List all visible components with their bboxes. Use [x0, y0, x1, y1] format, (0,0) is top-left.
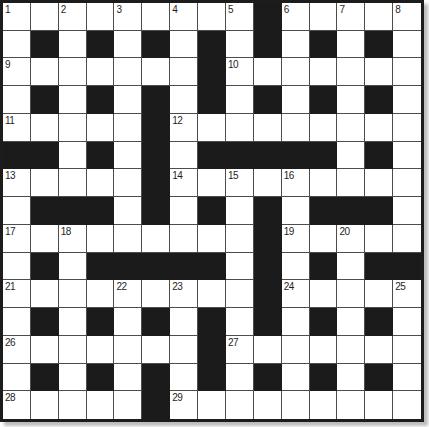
grid-cell[interactable]: [254, 169, 282, 197]
grid-cell[interactable]: [114, 225, 142, 253]
grid-cell[interactable]: [365, 3, 393, 31]
grid-cell[interactable]: [114, 142, 142, 170]
clue-number: 15: [228, 170, 238, 181]
grid-cell[interactable]: [337, 169, 365, 197]
grid-cell[interactable]: 18: [59, 225, 87, 253]
clue-number: 13: [5, 170, 15, 181]
grid-cell[interactable]: [393, 58, 421, 86]
grid-cell[interactable]: [59, 58, 87, 86]
grid-cell[interactable]: [226, 308, 254, 336]
grid-cell[interactable]: [310, 169, 338, 197]
grid-cell[interactable]: [337, 31, 365, 59]
grid-cell[interactable]: 1: [3, 3, 31, 31]
grid-cell[interactable]: [282, 86, 310, 114]
grid-cell[interactable]: [59, 364, 87, 392]
black-cell: [59, 197, 87, 225]
grid-cell[interactable]: [3, 31, 31, 59]
grid-cell[interactable]: [114, 197, 142, 225]
grid-cell[interactable]: [31, 114, 59, 142]
grid-cell[interactable]: [226, 197, 254, 225]
grid-cell[interactable]: [142, 3, 170, 31]
grid-cell[interactable]: 17: [3, 225, 31, 253]
black-cell: [310, 86, 338, 114]
grid-cell[interactable]: [365, 114, 393, 142]
grid-cell[interactable]: [87, 280, 115, 308]
grid-cell[interactable]: [59, 280, 87, 308]
black-cell: [254, 280, 282, 308]
grid-cell[interactable]: [31, 336, 59, 364]
black-cell: [254, 31, 282, 59]
crossword-board-wrap: 1234567891011121314151617181920212223242…: [0, 0, 429, 427]
grid-cell[interactable]: [226, 280, 254, 308]
grid-cell[interactable]: 22: [114, 280, 142, 308]
grid-cell[interactable]: [114, 169, 142, 197]
clue-number: 4: [172, 4, 177, 15]
grid-cell[interactable]: [310, 114, 338, 142]
grid-cell[interactable]: [59, 31, 87, 59]
grid-cell[interactable]: [337, 308, 365, 336]
grid-cell[interactable]: [393, 364, 421, 392]
black-cell: [142, 142, 170, 170]
grid-cell[interactable]: 25: [393, 280, 421, 308]
black-cell: [3, 142, 31, 170]
grid-cell[interactable]: [31, 169, 59, 197]
grid-cell[interactable]: [393, 169, 421, 197]
black-cell: [310, 142, 338, 170]
grid-cell[interactable]: [198, 225, 226, 253]
grid-cell[interactable]: [393, 391, 421, 419]
black-cell: [198, 86, 226, 114]
grid-cell[interactable]: [393, 114, 421, 142]
black-cell: [170, 253, 198, 281]
grid-cell[interactable]: [365, 280, 393, 308]
black-cell: [31, 253, 59, 281]
black-cell: [310, 308, 338, 336]
grid-cell[interactable]: 14: [170, 169, 198, 197]
black-cell: [198, 364, 226, 392]
black-cell: [87, 142, 115, 170]
grid-cell[interactable]: [31, 3, 59, 31]
black-cell: [31, 364, 59, 392]
grid-cell[interactable]: [337, 86, 365, 114]
black-cell: [365, 253, 393, 281]
clue-number: 17: [5, 226, 15, 237]
grid-cell[interactable]: [59, 336, 87, 364]
grid-cell[interactable]: [170, 308, 198, 336]
grid-cell[interactable]: 8: [393, 3, 421, 31]
grid-cell[interactable]: [282, 364, 310, 392]
grid-cell[interactable]: [310, 225, 338, 253]
grid-cell[interactable]: 4: [170, 3, 198, 31]
grid-cell[interactable]: [310, 391, 338, 419]
black-cell: [142, 114, 170, 142]
grid-cell[interactable]: 10: [226, 58, 254, 86]
black-cell: [254, 86, 282, 114]
clue-number: 29: [172, 392, 182, 403]
grid-cell[interactable]: [3, 86, 31, 114]
black-cell: [365, 86, 393, 114]
black-cell: [198, 142, 226, 170]
grid-cell[interactable]: [365, 225, 393, 253]
grid-cell[interactable]: 3: [114, 3, 142, 31]
grid-cell[interactable]: [87, 336, 115, 364]
black-cell: [198, 336, 226, 364]
black-cell: [365, 31, 393, 59]
grid-cell[interactable]: [393, 336, 421, 364]
black-cell: [31, 197, 59, 225]
black-cell: [254, 225, 282, 253]
grid-cell[interactable]: [310, 58, 338, 86]
grid-cell[interactable]: [170, 336, 198, 364]
grid-cell[interactable]: 11: [3, 114, 31, 142]
grid-cell[interactable]: [393, 86, 421, 114]
grid-cell[interactable]: [59, 169, 87, 197]
grid-cell[interactable]: [3, 253, 31, 281]
black-cell: [87, 31, 115, 59]
grid-cell[interactable]: [170, 31, 198, 59]
black-cell: [226, 142, 254, 170]
clue-number: 1: [5, 4, 10, 15]
grid-cell[interactable]: [3, 308, 31, 336]
grid-cell[interactable]: [170, 364, 198, 392]
grid-cell[interactable]: [226, 114, 254, 142]
grid-cell[interactable]: [170, 197, 198, 225]
clue-number: 6: [284, 4, 289, 15]
black-cell: [114, 253, 142, 281]
clue-number: 24: [284, 281, 294, 292]
black-cell: [87, 253, 115, 281]
grid-cell[interactable]: [87, 58, 115, 86]
black-cell: [365, 364, 393, 392]
clue-number: 7: [339, 4, 344, 15]
black-cell: [198, 31, 226, 59]
grid-cell[interactable]: [337, 58, 365, 86]
black-cell: [142, 253, 170, 281]
black-cell: [254, 364, 282, 392]
grid-cell[interactable]: [59, 142, 87, 170]
grid-cell[interactable]: [310, 3, 338, 31]
grid-cell[interactable]: [142, 336, 170, 364]
grid-cell[interactable]: [59, 391, 87, 419]
grid-cell[interactable]: [170, 58, 198, 86]
grid-cell[interactable]: [114, 364, 142, 392]
black-cell: [142, 391, 170, 419]
grid-cell[interactable]: [337, 142, 365, 170]
grid-cell[interactable]: [170, 86, 198, 114]
grid-cell[interactable]: 9: [3, 58, 31, 86]
grid-cell[interactable]: [198, 391, 226, 419]
black-cell: [142, 86, 170, 114]
clue-number: 19: [284, 226, 294, 237]
clue-number: 27: [228, 337, 238, 348]
grid-cell[interactable]: 2: [59, 3, 87, 31]
grid-cell[interactable]: [282, 114, 310, 142]
clue-number: 10: [228, 59, 238, 70]
grid-cell[interactable]: [337, 336, 365, 364]
grid-cell[interactable]: [59, 308, 87, 336]
grid-cell[interactable]: 21: [3, 280, 31, 308]
grid-cell[interactable]: [59, 86, 87, 114]
black-cell: [198, 253, 226, 281]
clue-number: 20: [339, 226, 349, 237]
grid-cell[interactable]: [337, 364, 365, 392]
grid-cell[interactable]: [254, 114, 282, 142]
grid-cell[interactable]: 19: [282, 225, 310, 253]
grid-cell[interactable]: [337, 280, 365, 308]
grid-cell[interactable]: [393, 31, 421, 59]
black-cell: [87, 308, 115, 336]
grid-cell[interactable]: 16: [282, 169, 310, 197]
grid-cell[interactable]: [226, 391, 254, 419]
grid-cell[interactable]: [114, 31, 142, 59]
grid-cell[interactable]: [282, 336, 310, 364]
grid-cell[interactable]: [226, 364, 254, 392]
black-cell: [31, 86, 59, 114]
grid-cell[interactable]: [393, 142, 421, 170]
grid-cell[interactable]: [3, 197, 31, 225]
black-cell: [142, 31, 170, 59]
clue-number: 9: [5, 59, 10, 70]
grid-cell[interactable]: [393, 225, 421, 253]
black-cell: [87, 364, 115, 392]
grid-cell[interactable]: [337, 391, 365, 419]
black-cell: [31, 142, 59, 170]
grid-cell[interactable]: [282, 253, 310, 281]
clue-number: 16: [284, 170, 294, 181]
clue-number: 18: [61, 226, 71, 237]
grid-cell[interactable]: [282, 308, 310, 336]
black-cell: [254, 197, 282, 225]
grid-cell[interactable]: 13: [3, 169, 31, 197]
grid-cell[interactable]: [310, 336, 338, 364]
grid-cell[interactable]: [31, 280, 59, 308]
grid-cell[interactable]: 26: [3, 336, 31, 364]
grid-cell[interactable]: [365, 169, 393, 197]
grid-cell[interactable]: [310, 280, 338, 308]
clue-number: 8: [395, 4, 400, 15]
grid-cell[interactable]: [87, 225, 115, 253]
grid-cell[interactable]: [142, 280, 170, 308]
grid-cell[interactable]: 23: [170, 280, 198, 308]
black-cell: [198, 58, 226, 86]
grid-cell[interactable]: [170, 142, 198, 170]
grid-cell[interactable]: [393, 197, 421, 225]
grid-cell[interactable]: [198, 280, 226, 308]
grid-cell[interactable]: [142, 58, 170, 86]
black-cell: [31, 31, 59, 59]
black-cell: [87, 197, 115, 225]
grid-cell[interactable]: [226, 86, 254, 114]
clue-number: 22: [116, 281, 126, 292]
clue-number: 3: [116, 4, 121, 15]
black-cell: [310, 253, 338, 281]
black-cell: [254, 142, 282, 170]
grid-cell[interactable]: [254, 336, 282, 364]
grid-cell[interactable]: [142, 225, 170, 253]
clue-number: 5: [228, 4, 233, 15]
grid-cell[interactable]: [365, 58, 393, 86]
grid-cell[interactable]: [31, 225, 59, 253]
grid-cell[interactable]: [114, 308, 142, 336]
clue-number: 28: [5, 392, 15, 403]
black-cell: [142, 169, 170, 197]
grid-cell[interactable]: [31, 391, 59, 419]
black-cell: [142, 364, 170, 392]
grid-cell[interactable]: [114, 336, 142, 364]
grid-cell[interactable]: [337, 253, 365, 281]
clue-number: 2: [61, 4, 66, 15]
black-cell: [254, 253, 282, 281]
black-cell: [87, 86, 115, 114]
grid-cell[interactable]: [114, 391, 142, 419]
black-cell: [365, 197, 393, 225]
grid-cell[interactable]: [282, 391, 310, 419]
grid-cell[interactable]: [393, 308, 421, 336]
grid-cell[interactable]: 12: [170, 114, 198, 142]
grid-cell[interactable]: [87, 3, 115, 31]
grid-cell[interactable]: [282, 197, 310, 225]
black-cell: [337, 197, 365, 225]
grid-cell[interactable]: [59, 253, 87, 281]
black-cell: [142, 308, 170, 336]
black-cell: [254, 3, 282, 31]
grid-cell[interactable]: 7: [337, 3, 365, 31]
black-cell: [393, 253, 421, 281]
black-cell: [365, 308, 393, 336]
grid-cell[interactable]: [226, 31, 254, 59]
black-cell: [198, 308, 226, 336]
grid-cell[interactable]: [254, 58, 282, 86]
grid-cell[interactable]: [337, 114, 365, 142]
grid-cell[interactable]: [3, 364, 31, 392]
grid-cell[interactable]: [114, 86, 142, 114]
grid-cell[interactable]: 5: [226, 3, 254, 31]
grid-cell[interactable]: [87, 391, 115, 419]
grid-cell[interactable]: [59, 114, 87, 142]
crossword-grid: 1234567891011121314151617181920212223242…: [0, 0, 424, 422]
clue-number: 26: [5, 337, 15, 348]
clue-number: 14: [172, 170, 182, 181]
grid-cell[interactable]: [198, 114, 226, 142]
grid-cell[interactable]: [31, 58, 59, 86]
grid-cell[interactable]: 27: [226, 336, 254, 364]
black-cell: [31, 308, 59, 336]
clue-number: 23: [172, 281, 182, 292]
black-cell: [198, 197, 226, 225]
grid-cell[interactable]: [365, 336, 393, 364]
clue-number: 25: [395, 281, 405, 292]
grid-cell[interactable]: 15: [226, 169, 254, 197]
clue-number: 21: [5, 281, 15, 292]
grid-cell[interactable]: [282, 58, 310, 86]
grid-cell[interactable]: 20: [337, 225, 365, 253]
grid-cell[interactable]: 6: [282, 3, 310, 31]
grid-cell[interactable]: [87, 114, 115, 142]
grid-cell[interactable]: [282, 31, 310, 59]
grid-cell[interactable]: [114, 114, 142, 142]
grid-cell[interactable]: [198, 169, 226, 197]
grid-cell[interactable]: [114, 58, 142, 86]
grid-cell[interactable]: 29: [170, 391, 198, 419]
grid-cell[interactable]: [198, 3, 226, 31]
clue-number: 11: [5, 115, 14, 126]
grid-cell[interactable]: [87, 169, 115, 197]
grid-cell[interactable]: 28: [3, 391, 31, 419]
black-cell: [142, 197, 170, 225]
clue-number: 12: [172, 115, 182, 126]
grid-cell[interactable]: 24: [282, 280, 310, 308]
grid-cell[interactable]: [254, 391, 282, 419]
grid-cell[interactable]: [226, 225, 254, 253]
grid-cell[interactable]: [365, 391, 393, 419]
black-cell: [254, 308, 282, 336]
black-cell: [310, 364, 338, 392]
black-cell: [282, 142, 310, 170]
black-cell: [310, 31, 338, 59]
grid-cell[interactable]: [226, 253, 254, 281]
black-cell: [365, 142, 393, 170]
grid-cell[interactable]: [170, 225, 198, 253]
black-cell: [310, 197, 338, 225]
